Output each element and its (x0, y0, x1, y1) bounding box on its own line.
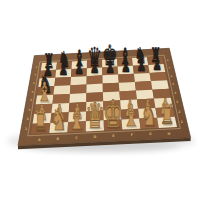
piece-white-rook-h1[interactable]: ♜ (160, 99, 175, 130)
piece-black-pawn-h7[interactable]: ♟ (152, 53, 162, 73)
piece-black-pawn-c7[interactable]: ♟ (74, 57, 84, 77)
square-b5[interactable] (53, 85, 70, 94)
piece-black-pawn-b7[interactable]: ♟ (59, 58, 69, 78)
piece-black-pawn-g7[interactable]: ♟ (137, 54, 147, 74)
rank-label-3-right: 3 (176, 100, 178, 104)
square-h5[interactable] (151, 80, 169, 89)
square-g5[interactable] (135, 81, 153, 90)
square-c5[interactable] (70, 84, 87, 94)
piece-white-bishop-c1[interactable]: ♝ (68, 101, 85, 136)
rank-label-6-right: 6 (170, 75, 172, 78)
piece-black-pawn-e7[interactable]: ♟ (105, 56, 115, 76)
file-label-h: H (168, 132, 171, 136)
chess-product-photo: ABCDEFGH1122334455667788♜♞♝♛♚♝♞♜♟♟♟♟♟♟♟♟… (0, 0, 200, 200)
piece-white-king-e1[interactable]: ♚ (102, 92, 123, 135)
piece-black-pawn-d7[interactable]: ♟ (90, 56, 100, 76)
file-label-b: B (57, 137, 60, 141)
chess-board: ABCDEFGH1122334455667788♜♞♝♛♚♝♞♜♟♟♟♟♟♟♟♟… (0, 0, 200, 200)
piece-white-knight-g1[interactable]: ♞ (141, 98, 157, 133)
rank-label-6-left: 6 (33, 82, 35, 85)
rank-label-4-left: 4 (30, 98, 32, 102)
piece-black-pawn-f7[interactable]: ♟ (121, 55, 131, 75)
piece-white-bishop-f1[interactable]: ♝ (123, 98, 140, 133)
rank-label-5-left: 5 (31, 90, 33, 94)
square-d5[interactable] (86, 84, 103, 93)
rank-label-4-right: 4 (174, 91, 176, 95)
piece-white-rook-a1[interactable]: ♜ (33, 105, 48, 136)
rank-label-3-left: 3 (28, 108, 30, 112)
piece-white-knight-b1[interactable]: ♞ (50, 102, 66, 137)
square-e5[interactable] (103, 83, 120, 92)
file-label-g: G (149, 132, 152, 136)
rank-label-5-right: 5 (172, 82, 174, 86)
file-label-a: A (38, 138, 41, 142)
square-f5[interactable] (119, 82, 136, 92)
